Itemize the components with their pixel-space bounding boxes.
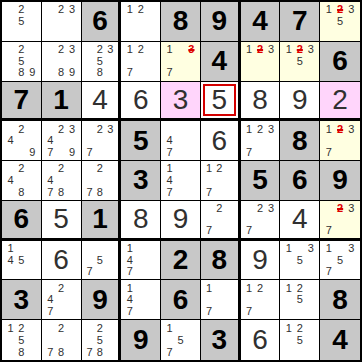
- candidate-empty: [255, 67, 266, 79]
- candidate-empty: [334, 225, 345, 236]
- candidate-empty: [283, 266, 294, 278]
- cell-r5c3[interactable]: 278: [82, 161, 122, 201]
- candidate-empty: [266, 282, 277, 294]
- solved-digit: 4: [92, 86, 108, 114]
- candidate-empty: [5, 186, 16, 198]
- candidate-7: 7: [244, 306, 255, 318]
- given-digit: 4: [211, 47, 227, 75]
- candidate-7: 7: [85, 346, 95, 358]
- candidate-empty: [255, 55, 266, 67]
- cell-r4c6[interactable]: 6: [201, 121, 241, 161]
- given-digit: 5: [252, 166, 268, 194]
- candidate-empty: [186, 186, 197, 198]
- candidate-empty: [124, 16, 135, 28]
- candidate-empty: [283, 294, 294, 306]
- cell-r6c8[interactable]: 4: [280, 201, 320, 241]
- candidate-empty: [105, 135, 115, 147]
- given-digit: 4: [332, 326, 348, 354]
- cell-r8c1[interactable]: 3: [2, 280, 42, 320]
- candidate-empty: [16, 175, 27, 187]
- candidate-empty: [146, 44, 157, 56]
- candidate-3: 3: [67, 4, 78, 16]
- candidate-grid: 1237: [320, 121, 360, 160]
- candidate-8: 8: [95, 186, 105, 198]
- candidate-grid: 137: [161, 42, 200, 81]
- candidate-7: 7: [323, 225, 334, 236]
- cell-r3c3[interactable]: 4: [82, 82, 122, 122]
- candidate-2: 2: [294, 282, 305, 294]
- given-digit: 3: [133, 166, 149, 194]
- candidate-empty: [346, 254, 357, 266]
- candidate-empty: [105, 147, 115, 159]
- candidate-empty: [214, 294, 224, 306]
- candidate-empty: [5, 123, 16, 135]
- cell-r7c6[interactable]: 8: [201, 241, 241, 281]
- candidate-5: 5: [334, 254, 345, 266]
- candidate-empty: [294, 306, 305, 318]
- candidate-empty: [124, 55, 135, 67]
- cell-r5c9[interactable]: 9: [320, 161, 360, 201]
- cell-r1c7[interactable]: 4: [241, 2, 281, 42]
- candidate-empty: [85, 135, 95, 147]
- candidate-grid: 127: [201, 161, 238, 200]
- candidate-7: 7: [164, 67, 175, 79]
- candidate-empty: [27, 186, 38, 198]
- candidate-1: 1: [204, 163, 214, 175]
- candidate-empty: [105, 243, 115, 255]
- struck-candidate-2: 2: [334, 123, 345, 135]
- candidate-3: 3: [67, 123, 78, 135]
- candidate-1: 1: [283, 322, 294, 334]
- candidate-empty: [305, 282, 316, 294]
- candidate-empty: [27, 27, 38, 39]
- given-digit: 6: [292, 166, 308, 194]
- candidate-grid: 1237: [241, 121, 280, 160]
- cell-r3c2[interactable]: 1: [42, 82, 82, 122]
- cell-r8c6[interactable]: 17: [201, 280, 241, 320]
- candidate-empty: [175, 55, 186, 67]
- cell-r1c9[interactable]: 1235: [320, 2, 360, 42]
- candidate-empty: [334, 243, 345, 255]
- candidate-empty: [135, 27, 146, 39]
- cell-r2c1[interactable]: 2589: [2, 42, 42, 82]
- candidate-9: 9: [27, 147, 38, 159]
- cell-r9c1[interactable]: 1258: [2, 320, 42, 360]
- candidate-empty: [135, 282, 146, 294]
- candidate-7: 7: [124, 266, 135, 278]
- cell-r7c9[interactable]: 1357: [320, 241, 360, 281]
- candidate-empty: [45, 27, 56, 39]
- cell-r4c7[interactable]: 1237: [241, 121, 281, 161]
- cell-r9c8[interactable]: 125: [280, 320, 320, 360]
- candidate-empty: [105, 163, 115, 175]
- solved-digit: 2: [332, 86, 348, 114]
- candidate-empty: [5, 163, 16, 175]
- candidate-2: 2: [16, 163, 27, 175]
- cell-r4c4[interactable]: 5: [121, 121, 161, 161]
- candidate-empty: [135, 16, 146, 28]
- candidate-empty: [56, 16, 67, 28]
- cell-r3c9[interactable]: 2: [320, 82, 360, 122]
- candidate-empty: [283, 67, 294, 79]
- candidate-empty: [186, 334, 197, 346]
- candidate-1: 1: [244, 123, 255, 135]
- candidate-empty: [323, 16, 334, 28]
- candidate-4: 4: [164, 135, 175, 147]
- cell-r7c5[interactable]: 2: [161, 241, 201, 281]
- given-digit: 7: [14, 86, 30, 114]
- candidate-empty: [305, 67, 316, 79]
- candidate-empty: [175, 322, 186, 334]
- candidate-7: 7: [204, 306, 214, 318]
- cell-r2c3[interactable]: 2358: [82, 42, 122, 82]
- candidate-empty: [67, 135, 78, 147]
- cell-r9c6[interactable]: 3: [201, 320, 241, 360]
- cell-r3c7[interactable]: 8: [241, 82, 281, 122]
- candidate-empty: [67, 306, 78, 318]
- candidate-7: 7: [164, 147, 175, 159]
- candidate-empty: [346, 27, 357, 39]
- given-digit: 8: [173, 7, 189, 35]
- candidate-4: 4: [5, 254, 16, 266]
- candidate-5: 5: [95, 334, 105, 346]
- candidate-5: 5: [95, 254, 105, 266]
- candidate-2: 2: [214, 163, 224, 175]
- candidate-empty: [214, 186, 224, 198]
- cell-r6c3[interactable]: 1: [82, 201, 122, 241]
- candidate-grid: 17: [201, 280, 238, 319]
- candidate-empty: [204, 175, 214, 187]
- candidate-empty: [214, 282, 224, 294]
- candidate-empty: [146, 27, 157, 39]
- cell-r6c6[interactable]: 27: [201, 201, 241, 241]
- candidate-grid: 25: [2, 2, 41, 41]
- cell-r5c7[interactable]: 5: [241, 161, 281, 201]
- candidate-empty: [105, 186, 115, 198]
- given-digit: 3: [211, 326, 227, 354]
- candidate-empty: [56, 294, 67, 306]
- given-digit: 6: [332, 47, 348, 75]
- candidate-grid: 249: [2, 121, 41, 160]
- cell-r5c2[interactable]: 2478: [42, 161, 82, 201]
- cell-r1c4[interactable]: 12: [121, 2, 161, 42]
- candidate-empty: [146, 306, 157, 318]
- cell-r6c2[interactable]: 5: [42, 201, 82, 241]
- cell-r9c2[interactable]: 278: [42, 320, 82, 360]
- candidate-empty: [45, 334, 56, 346]
- candidate-grid: 2478: [42, 161, 81, 200]
- candidate-empty: [305, 254, 316, 266]
- candidate-empty: [56, 27, 67, 39]
- cell-r4c2[interactable]: 23479: [42, 121, 82, 161]
- cell-r7c2[interactable]: 6: [42, 241, 82, 281]
- cell-r3c1[interactable]: 7: [2, 82, 42, 122]
- cell-r1c5[interactable]: 8: [161, 2, 201, 42]
- candidate-empty: [283, 334, 294, 346]
- cell-r2c7[interactable]: 123: [241, 42, 281, 82]
- cell-r6c4[interactable]: 8: [121, 201, 161, 241]
- candidate-empty: [135, 266, 146, 278]
- candidate-empty: [45, 67, 56, 79]
- candidate-grid: 145: [2, 241, 41, 280]
- candidate-empty: [305, 322, 316, 334]
- cell-r8c8[interactable]: 125: [280, 280, 320, 320]
- candidate-empty: [146, 294, 157, 306]
- cell-r1c8[interactable]: 7: [280, 2, 320, 42]
- candidate-4: 4: [45, 294, 56, 306]
- cell-r3c5[interactable]: 3: [161, 82, 201, 122]
- candidate-empty: [186, 322, 197, 334]
- candidate-3: 3: [305, 243, 316, 255]
- candidate-7: 7: [244, 147, 255, 159]
- candidate-1: 1: [204, 282, 214, 294]
- candidate-empty: [95, 243, 105, 255]
- candidate-empty: [105, 67, 115, 79]
- cell-r7c8[interactable]: 135: [280, 241, 320, 281]
- cell-r2c2[interactable]: 2389: [42, 42, 82, 82]
- candidate-grid: 1258: [2, 320, 41, 360]
- cell-r5c1[interactable]: 248: [2, 161, 42, 201]
- candidate-grid: 157: [161, 320, 200, 360]
- candidate-empty: [105, 55, 115, 67]
- candidate-7: 7: [164, 346, 175, 358]
- candidate-empty: [85, 55, 95, 67]
- candidate-grid: 1235: [280, 42, 319, 81]
- candidate-empty: [175, 135, 186, 147]
- candidate-7: 7: [164, 186, 175, 198]
- candidate-empty: [255, 225, 266, 236]
- cell-r9c7[interactable]: 6: [241, 320, 281, 360]
- candidate-grid: 125: [280, 280, 319, 319]
- solved-digit: 4: [292, 205, 308, 233]
- struck-candidate-3: 3: [186, 44, 197, 56]
- cell-r9c9[interactable]: 4: [320, 320, 360, 360]
- candidate-empty: [45, 322, 56, 334]
- candidate-5: 5: [294, 55, 305, 67]
- candidate-empty: [334, 27, 345, 39]
- solved-digit: 6: [211, 127, 227, 155]
- candidate-empty: [27, 322, 38, 334]
- cell-r2c4[interactable]: 127: [121, 42, 161, 82]
- cell-r7c1[interactable]: 145: [2, 241, 42, 281]
- cell-r8c4[interactable]: 147: [121, 280, 161, 320]
- candidate-empty: [27, 254, 38, 266]
- candidate-7: 7: [244, 225, 255, 236]
- candidate-5: 5: [16, 55, 27, 67]
- candidate-empty: [346, 16, 357, 28]
- candidate-empty: [5, 67, 16, 79]
- candidate-empty: [105, 254, 115, 266]
- cell-r9c4[interactable]: 9: [121, 320, 161, 360]
- candidate-empty: [67, 334, 78, 346]
- candidate-5: 5: [294, 294, 305, 306]
- candidate-empty: [244, 135, 255, 147]
- candidate-grid: 2358: [82, 42, 119, 81]
- candidate-5: 5: [294, 334, 305, 346]
- candidate-empty: [346, 266, 357, 278]
- candidate-7: 7: [124, 67, 135, 79]
- cell-r4c1[interactable]: 249: [2, 121, 42, 161]
- cell-r7c3[interactable]: 57: [82, 241, 122, 281]
- candidate-3: 3: [266, 123, 277, 135]
- cell-r3c8[interactable]: 9: [280, 82, 320, 122]
- cell-r5c6[interactable]: 127: [201, 161, 241, 201]
- candidate-empty: [244, 55, 255, 67]
- candidate-1: 1: [283, 44, 294, 56]
- solved-digit: 5: [211, 86, 227, 114]
- candidate-empty: [5, 55, 16, 67]
- candidate-empty: [67, 55, 78, 67]
- candidate-7: 7: [85, 266, 95, 278]
- candidate-empty: [27, 55, 38, 67]
- candidate-5: 5: [334, 16, 345, 28]
- candidate-empty: [105, 266, 115, 278]
- given-digit: 1: [92, 205, 108, 233]
- cell-r5c4[interactable]: 3: [121, 161, 161, 201]
- struck-candidate-2: 2: [294, 44, 305, 56]
- candidate-empty: [186, 175, 197, 187]
- candidate-empty: [323, 203, 334, 214]
- candidate-grid: 47: [161, 121, 200, 160]
- candidate-empty: [164, 334, 175, 346]
- cell-r7c4[interactable]: 147: [121, 241, 161, 281]
- cell-r4c5[interactable]: 47: [161, 121, 201, 161]
- candidate-4: 4: [164, 175, 175, 187]
- candidate-empty: [266, 294, 277, 306]
- candidate-empty: [266, 306, 277, 318]
- cell-r2c5[interactable]: 137: [161, 42, 201, 82]
- candidate-empty: [16, 266, 27, 278]
- candidate-4: 4: [5, 175, 16, 187]
- cell-r6c1[interactable]: 6: [2, 201, 42, 241]
- cell-r9c3[interactable]: 2578: [82, 320, 122, 360]
- cell-r6c5[interactable]: 9: [161, 201, 201, 241]
- cell-r9c5[interactable]: 157: [161, 320, 201, 360]
- candidate-7: 7: [85, 186, 95, 198]
- candidate-8: 8: [95, 67, 105, 79]
- cell-r6c7[interactable]: 237: [241, 201, 281, 241]
- candidate-grid: 135: [280, 241, 319, 280]
- candidate-empty: [214, 225, 224, 236]
- candidate-empty: [175, 175, 186, 187]
- candidate-2: 2: [255, 203, 266, 214]
- candidate-empty: [204, 294, 214, 306]
- candidate-4: 4: [45, 175, 56, 187]
- given-digit: 1: [53, 86, 69, 114]
- cell-r2c6[interactable]: 4: [201, 42, 241, 82]
- candidate-1: 1: [244, 44, 255, 56]
- candidate-empty: [214, 306, 224, 318]
- candidate-empty: [146, 67, 157, 79]
- cell-r8c2[interactable]: 247: [42, 280, 82, 320]
- candidate-empty: [5, 147, 16, 159]
- cell-r8c9[interactable]: 8: [320, 280, 360, 320]
- cell-r5c5[interactable]: 147: [161, 161, 201, 201]
- candidate-1: 1: [283, 243, 294, 255]
- cell-r3c4[interactable]: 6: [121, 82, 161, 122]
- candidate-empty: [334, 147, 345, 159]
- solved-digit: 8: [133, 205, 149, 233]
- candidate-empty: [27, 175, 38, 187]
- candidate-empty: [105, 346, 115, 358]
- candidate-empty: [67, 186, 78, 198]
- candidate-7: 7: [45, 186, 56, 198]
- candidate-empty: [146, 254, 157, 266]
- cell-r2c9[interactable]: 6: [320, 42, 360, 82]
- candidate-5: 5: [95, 55, 105, 67]
- candidate-grid: 2589: [2, 42, 41, 81]
- cell-r1c3[interactable]: 6: [82, 2, 122, 42]
- candidate-empty: [323, 254, 334, 266]
- candidate-empty: [164, 123, 175, 135]
- candidate-3: 3: [105, 44, 115, 56]
- cell-r4c8[interactable]: 8: [280, 121, 320, 161]
- candidate-empty: [346, 135, 357, 147]
- cell-r1c1[interactable]: 25: [2, 2, 42, 42]
- candidate-empty: [27, 266, 38, 278]
- cell-r5c8[interactable]: 6: [280, 161, 320, 201]
- candidate-empty: [266, 225, 277, 236]
- cell-r4c3[interactable]: 237: [82, 121, 122, 161]
- candidate-empty: [175, 346, 186, 358]
- cell-r2c8[interactable]: 1235: [280, 42, 320, 82]
- cell-r8c7[interactable]: 127: [241, 280, 281, 320]
- candidate-grid: 2389: [42, 42, 81, 81]
- candidate-empty: [67, 27, 78, 39]
- candidate-empty: [255, 147, 266, 159]
- candidate-empty: [85, 254, 95, 266]
- candidate-1: 1: [5, 243, 16, 255]
- candidate-empty: [224, 186, 234, 198]
- candidate-4: 4: [124, 254, 135, 266]
- cell-r8c5[interactable]: 6: [161, 280, 201, 320]
- cell-r3c6[interactable]: 5: [201, 82, 241, 122]
- candidate-8: 8: [16, 186, 27, 198]
- cell-r8c3[interactable]: 9: [82, 280, 122, 320]
- candidate-8: 8: [56, 346, 67, 358]
- candidate-grid: 27: [201, 201, 238, 238]
- candidate-empty: [224, 203, 234, 214]
- candidate-empty: [105, 322, 115, 334]
- candidate-3: 3: [266, 203, 277, 214]
- cell-r1c2[interactable]: 23: [42, 2, 82, 42]
- candidate-empty: [27, 243, 38, 255]
- candidate-1: 1: [164, 44, 175, 56]
- cell-r4c9[interactable]: 1237: [320, 121, 360, 161]
- cell-r7c7[interactable]: 9: [241, 241, 281, 281]
- candidate-2: 2: [16, 123, 27, 135]
- candidate-grid: 2578: [82, 320, 119, 360]
- candidate-grid: 237: [320, 201, 360, 238]
- candidate-1: 1: [323, 243, 334, 255]
- candidate-empty: [67, 294, 78, 306]
- candidate-1: 1: [283, 282, 294, 294]
- cell-r6c9[interactable]: 237: [320, 201, 360, 241]
- candidate-empty: [27, 346, 38, 358]
- candidate-9: 9: [27, 67, 38, 79]
- candidate-empty: [16, 135, 27, 147]
- candidate-empty: [5, 334, 16, 346]
- candidate-empty: [305, 266, 316, 278]
- candidate-empty: [27, 44, 38, 56]
- candidate-1: 1: [124, 4, 135, 16]
- candidate-empty: [67, 163, 78, 175]
- solved-digit: 6: [53, 246, 69, 274]
- candidate-empty: [135, 243, 146, 255]
- candidate-7: 7: [124, 306, 135, 318]
- cell-r1c6[interactable]: 9: [201, 2, 241, 42]
- candidate-empty: [146, 266, 157, 278]
